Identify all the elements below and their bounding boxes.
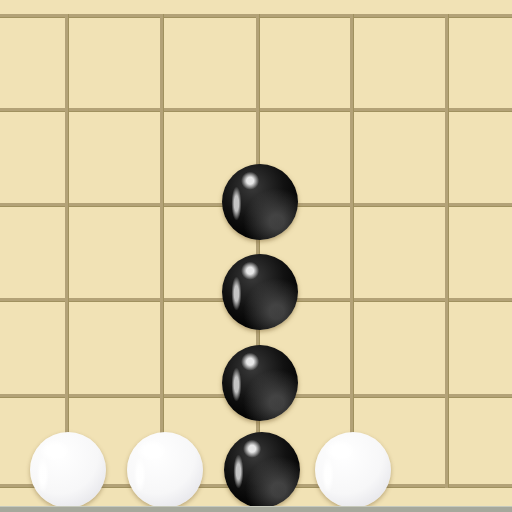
game-board[interactable] xyxy=(0,0,512,512)
board-floor xyxy=(0,506,512,512)
grid-line-vertical xyxy=(445,14,449,488)
grid-line-vertical xyxy=(65,14,69,488)
black-stone xyxy=(222,254,298,330)
white-stone xyxy=(127,432,203,508)
grid-line-vertical xyxy=(160,14,164,488)
black-stone xyxy=(222,164,298,240)
black-stone xyxy=(222,345,298,421)
white-stone xyxy=(30,432,106,508)
black-stone xyxy=(224,432,300,508)
grid-line-vertical xyxy=(350,14,354,488)
white-stone xyxy=(315,432,391,508)
